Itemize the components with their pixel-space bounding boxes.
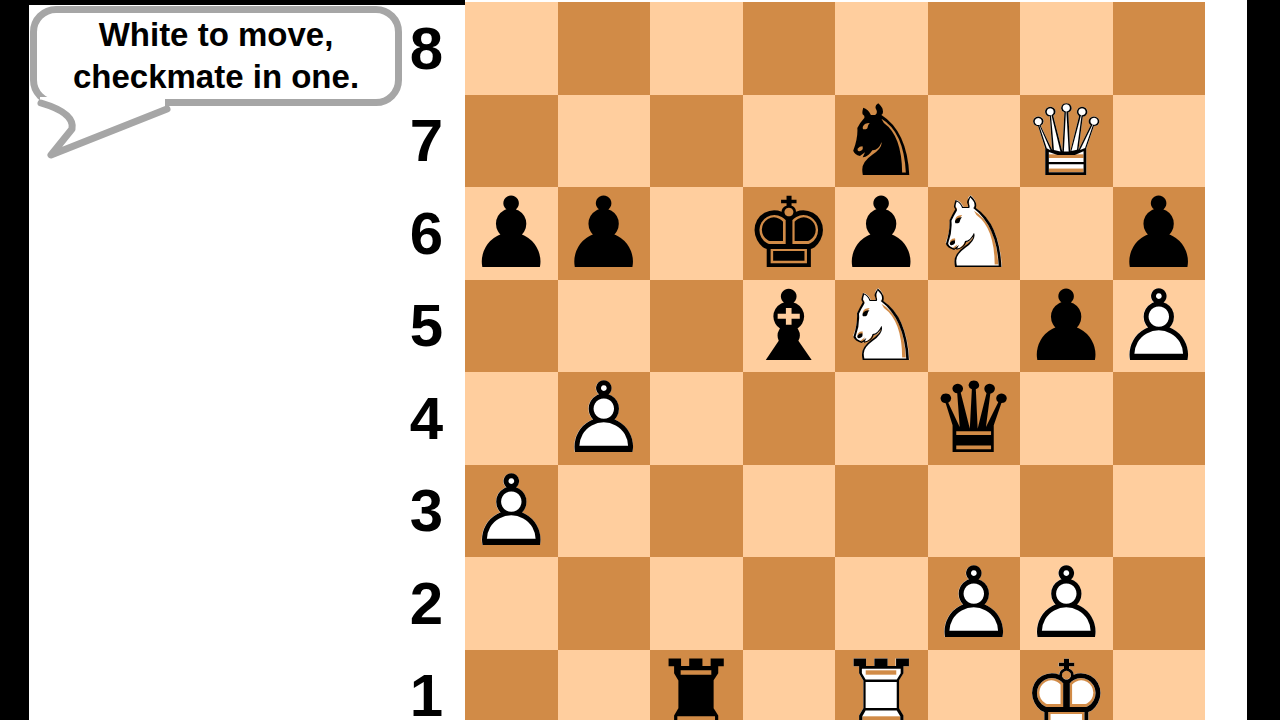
piece-white-pawn-fill: ♟	[1020, 557, 1113, 650]
piece-white-pawn: ♙	[1113, 280, 1206, 373]
square-f5[interactable]	[928, 280, 1021, 373]
piece-white-king-fill: ♚	[1020, 650, 1113, 720]
rank-label-3: 3	[0, 465, 443, 558]
square-e3[interactable]	[835, 465, 928, 558]
piece-white-pawn-fill: ♟	[1113, 280, 1206, 373]
piece-white-rook: ♖	[835, 650, 928, 720]
square-f4[interactable]: ♛	[928, 372, 1021, 465]
square-f2[interactable]: ♟♙	[928, 557, 1021, 650]
square-f8[interactable]	[928, 2, 1021, 95]
square-e5[interactable]: ♞♘	[835, 280, 928, 373]
square-b3[interactable]	[558, 465, 651, 558]
piece-white-knight: ♘	[835, 280, 928, 373]
piece-black-rook: ♜	[650, 650, 743, 720]
square-h5[interactable]: ♟♙	[1113, 280, 1206, 373]
square-e7[interactable]: ♞	[835, 95, 928, 188]
square-e2[interactable]	[835, 557, 928, 650]
square-a8[interactable]	[465, 2, 558, 95]
square-g3[interactable]	[1020, 465, 1113, 558]
chess-board: ♞♛♕♟♟♚♟♞♘♟♝♞♘♟♟♙♟♙♛♟♙♟♙♟♙♜♜♖♚♔	[465, 2, 1205, 720]
square-g6[interactable]	[1020, 187, 1113, 280]
square-c6[interactable]	[650, 187, 743, 280]
rank-label-1: 1	[0, 650, 443, 720]
square-f1[interactable]	[928, 650, 1021, 720]
piece-black-pawn: ♟	[558, 187, 651, 280]
caption-line-1: White to move,	[99, 14, 334, 56]
square-f7[interactable]	[928, 95, 1021, 188]
piece-black-king: ♚	[743, 187, 836, 280]
square-c4[interactable]	[650, 372, 743, 465]
square-g5[interactable]: ♟	[1020, 280, 1113, 373]
speech-bubble: White to move, checkmate in one.	[30, 6, 402, 106]
square-h3[interactable]	[1113, 465, 1206, 558]
square-c5[interactable]	[650, 280, 743, 373]
square-e1[interactable]: ♜♖	[835, 650, 928, 720]
square-h4[interactable]	[1113, 372, 1206, 465]
square-a3[interactable]: ♟♙	[465, 465, 558, 558]
square-a4[interactable]	[465, 372, 558, 465]
piece-black-pawn: ♟	[1020, 280, 1113, 373]
right-letterbox-bar	[1247, 0, 1280, 720]
piece-white-queen: ♕	[1020, 95, 1113, 188]
square-d2[interactable]	[743, 557, 836, 650]
square-d3[interactable]	[743, 465, 836, 558]
piece-white-knight: ♘	[928, 187, 1021, 280]
square-c1[interactable]: ♜	[650, 650, 743, 720]
piece-white-pawn: ♙	[928, 557, 1021, 650]
rank-label-6: 6	[0, 187, 443, 280]
square-g2[interactable]: ♟♙	[1020, 557, 1113, 650]
square-d6[interactable]: ♚	[743, 187, 836, 280]
square-a6[interactable]: ♟	[465, 187, 558, 280]
square-g7[interactable]: ♛♕	[1020, 95, 1113, 188]
square-a1[interactable]	[465, 650, 558, 720]
square-c8[interactable]	[650, 2, 743, 95]
square-g8[interactable]	[1020, 2, 1113, 95]
square-b1[interactable]	[558, 650, 651, 720]
square-h8[interactable]	[1113, 2, 1206, 95]
caption-line-2: checkmate in one.	[73, 56, 359, 98]
square-g4[interactable]	[1020, 372, 1113, 465]
rank-label-5: 5	[0, 280, 443, 373]
piece-black-knight: ♞	[835, 95, 928, 188]
rank-label-2: 2	[0, 557, 443, 650]
piece-white-knight-fill: ♞	[835, 280, 928, 373]
square-d8[interactable]	[743, 2, 836, 95]
square-a2[interactable]	[465, 557, 558, 650]
square-g1[interactable]: ♚♔	[1020, 650, 1113, 720]
square-h6[interactable]: ♟	[1113, 187, 1206, 280]
square-b7[interactable]	[558, 95, 651, 188]
square-d7[interactable]	[743, 95, 836, 188]
piece-white-pawn: ♙	[465, 465, 558, 558]
piece-white-pawn-fill: ♟	[558, 372, 651, 465]
square-f3[interactable]	[928, 465, 1021, 558]
square-b4[interactable]: ♟♙	[558, 372, 651, 465]
square-d4[interactable]	[743, 372, 836, 465]
square-h7[interactable]	[1113, 95, 1206, 188]
square-b8[interactable]	[558, 2, 651, 95]
square-h1[interactable]	[1113, 650, 1206, 720]
speech-bubble-tail	[25, 97, 195, 172]
piece-black-queen: ♛	[928, 372, 1021, 465]
piece-black-pawn: ♟	[1113, 187, 1206, 280]
square-b5[interactable]	[558, 280, 651, 373]
piece-black-bishop: ♝	[743, 280, 836, 373]
piece-white-pawn: ♙	[1020, 557, 1113, 650]
square-e6[interactable]: ♟	[835, 187, 928, 280]
square-b2[interactable]	[558, 557, 651, 650]
square-d5[interactable]: ♝	[743, 280, 836, 373]
piece-white-king: ♔	[1020, 650, 1113, 720]
piece-white-pawn-fill: ♟	[465, 465, 558, 558]
square-f6[interactable]: ♞♘	[928, 187, 1021, 280]
square-c2[interactable]	[650, 557, 743, 650]
piece-white-queen-fill: ♛	[1020, 95, 1113, 188]
square-c7[interactable]	[650, 95, 743, 188]
piece-white-pawn: ♙	[558, 372, 651, 465]
square-a5[interactable]	[465, 280, 558, 373]
square-b6[interactable]: ♟	[558, 187, 651, 280]
piece-black-pawn: ♟	[465, 187, 558, 280]
square-e4[interactable]	[835, 372, 928, 465]
rank-label-4: 4	[0, 372, 443, 465]
square-e8[interactable]	[835, 2, 928, 95]
square-a7[interactable]	[465, 95, 558, 188]
square-c3[interactable]	[650, 465, 743, 558]
piece-white-knight-fill: ♞	[928, 187, 1021, 280]
piece-white-pawn-fill: ♟	[928, 557, 1021, 650]
square-d1[interactable]	[743, 650, 836, 720]
piece-black-pawn: ♟	[835, 187, 928, 280]
piece-white-rook-fill: ♜	[835, 650, 928, 720]
square-h2[interactable]	[1113, 557, 1206, 650]
